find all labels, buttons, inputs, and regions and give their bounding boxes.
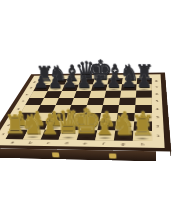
- square-f5: [103, 98, 120, 105]
- rank-label-right-6: 6: [152, 91, 162, 98]
- board-coordinate-frame: abcdefgh 87654321 ♜♞♝♛♚♝♞♜♟♟♟♟♟♟♟♟♟♟♟♟♟♟…: [0, 74, 165, 148]
- board-front-edge: [0, 148, 171, 162]
- square-e7: ♟: [91, 84, 107, 90]
- piece-black-pawn-d7: ♟: [77, 73, 92, 90]
- board-outer-rim: abcdefgh 87654321 ♜♞♝♛♚♝♞♜♟♟♟♟♟♟♟♟♟♟♟♟♟♟…: [0, 73, 171, 152]
- square-g5: [119, 98, 136, 105]
- file-label-bottom-f: f: [94, 140, 114, 147]
- piece-black-pawn-c7: ♟: [62, 74, 77, 91]
- piece-black-pawn-a7: ♟: [33, 74, 48, 90]
- chess-set: abcdefgh 87654321 ♜♞♝♛♚♝♞♜♟♟♟♟♟♟♟♟♟♟♟♟♟♟…: [0, 73, 171, 152]
- square-h7: ♟: [136, 84, 151, 91]
- brass-clasp-left: [52, 152, 60, 157]
- square-h1: ♜: [133, 131, 152, 141]
- piece-white-rook-h1: ♜: [130, 112, 154, 139]
- rank-label-right-5: 5: [152, 98, 162, 105]
- file-label-bottom-g: g: [113, 140, 133, 147]
- brass-clasp-right: [109, 153, 117, 158]
- square-g6: [120, 91, 136, 98]
- file-label-bottom-e: e: [75, 140, 95, 147]
- piece-black-pawn-e7: ♟: [91, 73, 106, 90]
- square-h5: [135, 98, 152, 105]
- piece-black-pawn-h7: ♟: [136, 73, 151, 90]
- product-photo-canvas: abcdefgh 87654321 ♜♞♝♛♚♝♞♜♟♟♟♟♟♟♟♟♟♟♟♟♟♟…: [0, 0, 178, 222]
- piece-black-pawn-b7: ♟: [48, 74, 63, 91]
- square-h6: [136, 91, 152, 98]
- piece-black-pawn-f7: ♟: [106, 73, 121, 90]
- file-label-bottom-d: d: [56, 140, 77, 147]
- file-label-bottom-h: h: [132, 141, 152, 148]
- piece-black-pawn-g7: ♟: [121, 73, 136, 90]
